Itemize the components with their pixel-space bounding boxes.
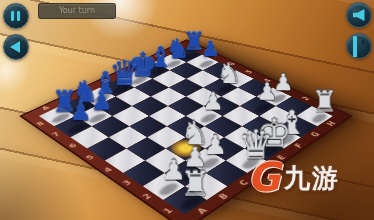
watermark: G 九游 (247, 158, 340, 196)
piece-bP-a7[interactable]: ♟ (60, 90, 101, 131)
pause-icon (11, 11, 21, 21)
back-arrow-icon (10, 41, 20, 53)
lock-icon (353, 38, 365, 54)
speaker-icon (353, 9, 366, 21)
sound-button[interactable] (346, 2, 372, 28)
pause-button[interactable] (3, 3, 29, 29)
watermark-text: 九游 (284, 161, 340, 196)
game-screen: 88AA77BB66CC55DD44EE33FF22GG11HH♜♞♝♛♚♝♞♜… (0, 0, 374, 220)
status-text: Your turn (59, 6, 95, 15)
piece-wR-a1[interactable]: ♜ (171, 159, 219, 207)
lock-button[interactable] (346, 33, 372, 59)
watermark-logo: G (247, 158, 280, 196)
status-bar: Your turn (38, 3, 116, 19)
back-button[interactable] (3, 34, 29, 60)
